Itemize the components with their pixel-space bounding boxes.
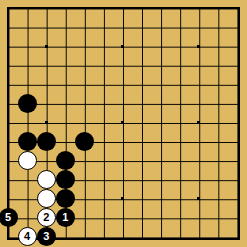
black-stone [56,189,75,208]
star-point [121,197,124,200]
star-point [197,197,200,200]
white-stone [37,189,56,208]
black-stone [56,151,75,170]
star-point [121,121,124,124]
white-stone [18,151,37,170]
black-stone-move-5: 5 [0,208,18,227]
black-stone [56,170,75,189]
white-stone-move-2: 2 [37,208,56,227]
star-point [45,45,48,48]
star-point [121,45,124,48]
move-number-label: 3 [43,231,49,242]
black-stone [37,132,56,151]
star-point [45,121,48,124]
move-number-label: 4 [24,231,30,242]
black-stone [75,132,94,151]
white-stone [37,170,56,189]
board-stones-grid: 12345 [0,0,247,247]
black-stone-move-3: 3 [37,227,56,246]
move-number-label: 2 [43,212,49,223]
black-stone-move-1: 1 [56,208,75,227]
move-number-label: 1 [62,212,68,223]
white-stone-move-4: 4 [18,227,37,246]
black-stone [18,132,37,151]
move-number-label: 5 [5,212,11,223]
star-point [197,45,200,48]
black-stone [18,94,37,113]
star-point [197,121,200,124]
go-diagram: 12345 [0,0,247,247]
